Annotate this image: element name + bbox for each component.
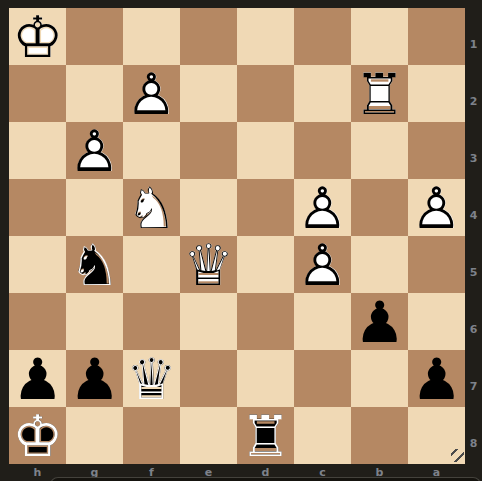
white-pawn-a4[interactable]: ♟♙ [408,179,465,236]
black-pawn-b6[interactable]: ♟ [351,293,408,350]
square-e4[interactable] [180,179,237,236]
white-queen-e5[interactable]: ♛♕ [180,236,237,293]
square-g8[interactable] [66,407,123,464]
black-queen-f7[interactable]: ♛♕ [123,350,180,407]
square-f3[interactable] [123,122,180,179]
white-pawn-detail-lines: ♙ [126,66,177,123]
square-b6[interactable]: ♟ [351,293,408,350]
square-h1[interactable]: ♚♔ [9,8,66,65]
square-b7[interactable] [351,350,408,407]
square-a7[interactable]: ♟ [408,350,465,407]
square-b3[interactable] [351,122,408,179]
rank-label-1: 1 [465,16,482,73]
rank-label-4: 4 [465,187,482,244]
white-knight-f4[interactable]: ♞♘ [123,179,180,236]
square-b8[interactable] [351,407,408,464]
square-d1[interactable] [237,8,294,65]
square-b4[interactable] [351,179,408,236]
black-pawn-glyph: ♟ [354,294,405,351]
square-a1[interactable] [408,8,465,65]
square-d5[interactable] [237,236,294,293]
square-f2[interactable]: ♟♙ [123,65,180,122]
square-g7[interactable]: ♟ [66,350,123,407]
white-king-h1[interactable]: ♚♔ [9,8,66,65]
square-f4[interactable]: ♞♘ [123,179,180,236]
white-pawn-detail-lines: ♙ [297,180,348,237]
white-pawn-f2[interactable]: ♟♙ [123,65,180,122]
square-h6[interactable] [9,293,66,350]
white-pawn-c4[interactable]: ♟♙ [294,179,351,236]
rank-label-5: 5 [465,244,482,301]
square-g1[interactable] [66,8,123,65]
black-king-h8[interactable]: ♚♔ [9,407,66,464]
square-a2[interactable] [408,65,465,122]
square-c6[interactable] [294,293,351,350]
square-d6[interactable] [237,293,294,350]
square-g6[interactable] [66,293,123,350]
chess-board[interactable]: ♚♔♟♙♜♖♟♙♞♘♟♙♟♙♞♘♛♕♟♙♟♟♟♛♕♟♚♔♜♖ [9,8,465,464]
rank-label-8: 8 [465,415,482,472]
square-a4[interactable]: ♟♙ [408,179,465,236]
square-c5[interactable]: ♟♙ [294,236,351,293]
black-pawn-glyph: ♟ [411,351,462,408]
white-queen-detail-lines: ♕ [183,237,234,294]
square-a6[interactable] [408,293,465,350]
white-knight-detail-lines: ♘ [126,180,177,237]
black-rook-d8[interactable]: ♜♖ [237,407,294,464]
black-king-detail-lines: ♔ [12,408,63,465]
rank-label-7: 7 [465,358,482,415]
square-e8[interactable] [180,407,237,464]
square-g4[interactable] [66,179,123,236]
black-knight-g5[interactable]: ♞♘ [66,236,123,293]
rank-label-3: 3 [465,130,482,187]
square-c1[interactable] [294,8,351,65]
white-pawn-c5[interactable]: ♟♙ [294,236,351,293]
square-g5[interactable]: ♞♘ [66,236,123,293]
square-d3[interactable] [237,122,294,179]
square-c2[interactable] [294,65,351,122]
white-pawn-detail-lines: ♙ [69,123,120,180]
square-e7[interactable] [180,350,237,407]
square-h3[interactable] [9,122,66,179]
square-f6[interactable] [123,293,180,350]
black-knight-detail-lines: ♘ [69,237,120,294]
square-f5[interactable] [123,236,180,293]
square-b5[interactable] [351,236,408,293]
square-d4[interactable] [237,179,294,236]
black-pawn-a7[interactable]: ♟ [408,350,465,407]
square-h4[interactable] [9,179,66,236]
square-c8[interactable] [294,407,351,464]
square-h7[interactable]: ♟ [9,350,66,407]
white-rook-b2[interactable]: ♜♖ [351,65,408,122]
square-h5[interactable] [9,236,66,293]
square-a3[interactable] [408,122,465,179]
square-d8[interactable]: ♜♖ [237,407,294,464]
square-e1[interactable] [180,8,237,65]
white-pawn-detail-lines: ♙ [411,180,462,237]
white-king-detail-lines: ♔ [12,9,63,66]
black-pawn-g7[interactable]: ♟ [66,350,123,407]
black-queen-detail-lines: ♕ [126,351,177,408]
board-resize-handle[interactable] [451,449,464,462]
square-e6[interactable] [180,293,237,350]
white-rook-detail-lines: ♖ [354,66,405,123]
square-e5[interactable]: ♛♕ [180,236,237,293]
black-pawn-glyph: ♟ [69,351,120,408]
white-pawn-detail-lines: ♙ [297,237,348,294]
black-rook-detail-lines: ♖ [240,408,291,465]
input-below-board[interactable] [50,477,481,481]
chess-app-screen: ♚♔♟♙♜♖♟♙♞♘♟♙♟♙♞♘♛♕♟♙♟♟♟♛♕♟♚♔♜♖ 12345678 … [0,0,482,481]
square-g2[interactable] [66,65,123,122]
rank-label-6: 6 [465,301,482,358]
black-pawn-glyph: ♟ [12,351,63,408]
square-g3[interactable]: ♟♙ [66,122,123,179]
square-c7[interactable] [294,350,351,407]
square-h8[interactable]: ♚♔ [9,407,66,464]
white-pawn-g3[interactable]: ♟♙ [66,122,123,179]
square-b1[interactable] [351,8,408,65]
square-d2[interactable] [237,65,294,122]
rank-coordinates: 12345678 [465,8,482,464]
square-d7[interactable] [237,350,294,407]
square-f8[interactable] [123,407,180,464]
square-e2[interactable] [180,65,237,122]
square-c3[interactable] [294,122,351,179]
rank-label-2: 2 [465,73,482,130]
square-h2[interactable] [9,65,66,122]
square-b2[interactable]: ♜♖ [351,65,408,122]
black-pawn-h7[interactable]: ♟ [9,350,66,407]
square-f1[interactable] [123,8,180,65]
square-e3[interactable] [180,122,237,179]
square-a5[interactable] [408,236,465,293]
square-c4[interactable]: ♟♙ [294,179,351,236]
square-f7[interactable]: ♛♕ [123,350,180,407]
